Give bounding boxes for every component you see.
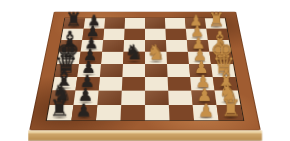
piece-black-rook[interactable]: ♜ <box>49 97 69 119</box>
square-d6[interactable] <box>100 64 123 77</box>
square-g6[interactable] <box>103 29 124 40</box>
square-c6[interactable] <box>99 77 123 91</box>
square-e4[interactable]: ♞ <box>145 52 167 64</box>
square-d3[interactable] <box>167 64 190 77</box>
square-a7[interactable]: ♟ <box>71 105 97 120</box>
chess-board: ♜♟♟♜♟♟♝♟♟♝♚♟♞♞♟♚♛♟♟♛♝♟♟♝♞♟♟♞♜♟♟♜ <box>29 12 261 131</box>
square-b4[interactable] <box>145 91 169 105</box>
piece-black-knight[interactable]: ♞ <box>125 42 144 63</box>
piece-white-knight[interactable]: ♞ <box>147 42 166 63</box>
square-h3[interactable] <box>165 18 186 29</box>
board-front-edge <box>28 130 262 140</box>
piece-white-rook[interactable]: ♜ <box>208 10 225 29</box>
square-d5[interactable] <box>122 64 145 77</box>
square-a3[interactable] <box>169 105 194 120</box>
square-f3[interactable] <box>166 40 188 52</box>
square-h6[interactable] <box>104 18 125 29</box>
square-b6[interactable] <box>97 91 121 105</box>
board-burl-frame: ♜♟♟♜♟♟♝♟♟♝♚♟♞♞♟♚♛♟♟♛♝♟♟♝♞♟♟♞♜♟♟♜ <box>29 12 261 131</box>
square-g3[interactable] <box>165 29 186 40</box>
square-g5[interactable] <box>124 29 145 40</box>
square-a1[interactable]: ♜ <box>217 105 244 120</box>
square-e3[interactable] <box>166 52 189 64</box>
board-grid: ♜♟♟♜♟♟♝♟♟♝♚♟♞♞♟♚♛♟♟♛♝♟♟♝♞♟♟♞♜♟♟♜ <box>46 18 245 121</box>
chess-set-photo: ♜♟♟♜♟♟♝♟♟♝♚♟♞♞♟♚♛♟♟♛♝♟♟♝♞♟♟♞♜♟♟♜ <box>0 0 290 141</box>
square-c3[interactable] <box>168 77 192 91</box>
square-d4[interactable] <box>145 64 168 77</box>
square-a8[interactable]: ♜ <box>47 105 74 120</box>
square-g4[interactable] <box>145 29 166 40</box>
square-a5[interactable] <box>120 105 145 120</box>
square-a2[interactable]: ♟ <box>193 105 219 120</box>
piece-black-rook[interactable]: ♜ <box>65 10 82 29</box>
square-b5[interactable] <box>121 91 145 105</box>
square-c4[interactable] <box>145 77 168 91</box>
piece-white-rook[interactable]: ♜ <box>221 97 241 119</box>
piece-black-pawn[interactable]: ♟ <box>76 102 92 120</box>
square-h4[interactable] <box>145 18 165 29</box>
square-a4[interactable] <box>145 105 170 120</box>
piece-white-pawn[interactable]: ♟ <box>198 102 214 120</box>
square-f6[interactable] <box>102 40 124 52</box>
square-c5[interactable] <box>122 77 145 91</box>
square-h5[interactable] <box>125 18 145 29</box>
square-e6[interactable] <box>101 52 124 64</box>
square-e5[interactable]: ♞ <box>123 52 145 64</box>
square-a6[interactable] <box>96 105 121 120</box>
square-b3[interactable] <box>168 91 192 105</box>
